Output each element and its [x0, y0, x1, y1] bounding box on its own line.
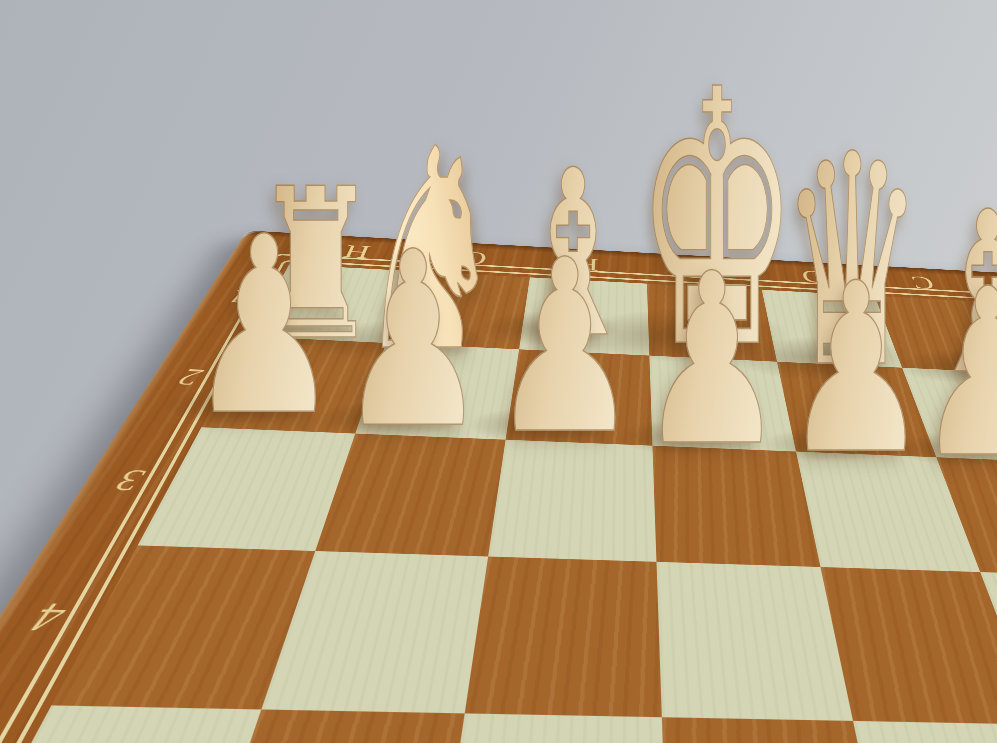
square-f3	[488, 440, 656, 562]
square-d5	[853, 721, 997, 743]
square-e1	[647, 284, 777, 362]
square-f5	[432, 713, 670, 743]
chessboard-photo-scene: HGFEDCBA 12345678 ♜♞♝♚♛♝♟♟♟♟♟♟	[0, 0, 997, 743]
square-f1	[519, 277, 649, 355]
square-f4	[465, 556, 662, 717]
square-g2	[355, 343, 519, 440]
square-e2	[649, 356, 796, 452]
square-f2	[506, 349, 653, 445]
square-g1	[386, 271, 530, 349]
square-e3	[652, 446, 820, 567]
